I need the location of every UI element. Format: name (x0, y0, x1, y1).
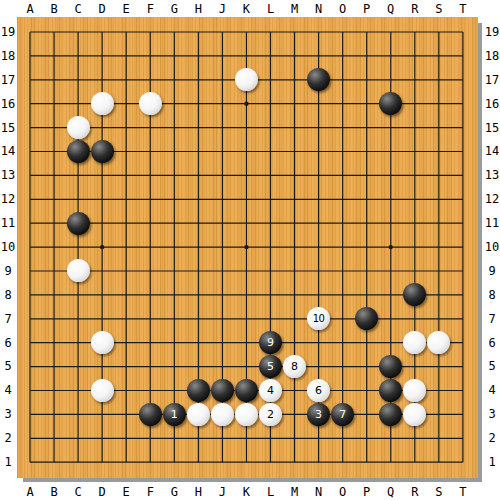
stone-white-K17 (235, 68, 258, 91)
stone-white-M5: 8 (283, 355, 306, 378)
stone-black-Q16 (379, 92, 402, 115)
stone-black-C14 (67, 140, 90, 163)
stone-white-D4 (91, 379, 114, 402)
row-label: 14 (0, 139, 16, 163)
column-label: M (283, 484, 307, 500)
row-label: 7 (484, 307, 500, 331)
row-label: 5 (0, 354, 16, 378)
column-label: A (18, 484, 42, 500)
move-number-label: 4 (267, 385, 274, 396)
column-labels-top: ABCDEFGHJKLMNOPQRST (18, 1, 475, 17)
row-label: 6 (484, 331, 500, 355)
column-label: H (186, 1, 210, 17)
move-number-label: 5 (267, 361, 274, 372)
column-label: E (114, 484, 138, 500)
move-number-label: 1 (171, 409, 178, 420)
column-label: N (307, 1, 331, 17)
stone-black-C11 (67, 212, 90, 235)
column-labels-bottom: ABCDEFGHJKLMNOPQRST (18, 484, 475, 500)
row-label: 19 (484, 20, 500, 44)
row-label: 12 (484, 187, 500, 211)
column-label: C (66, 1, 90, 17)
move-number-label: 10 (313, 314, 325, 324)
column-label: J (210, 1, 234, 17)
row-label: 8 (484, 283, 500, 307)
column-label: C (66, 484, 90, 500)
stone-black-N17 (307, 68, 330, 91)
column-label: R (403, 1, 427, 17)
row-label: 2 (484, 426, 500, 450)
stone-white-R3 (403, 403, 426, 426)
column-label: O (331, 484, 355, 500)
column-label: G (162, 1, 186, 17)
row-label: 1 (484, 450, 500, 474)
column-label: L (258, 1, 282, 17)
row-label: 16 (0, 92, 16, 116)
stone-white-S6 (427, 331, 450, 354)
stone-black-R8 (403, 283, 426, 306)
go-diagram: ABCDEFGHJKLMNOPQRST ABCDEFGHJKLMNOPQRST … (0, 0, 500, 500)
column-label: T (451, 1, 475, 17)
row-label: 3 (484, 402, 500, 426)
row-label: 5 (484, 354, 500, 378)
column-label: F (138, 484, 162, 500)
stone-black-F3 (139, 403, 162, 426)
column-label: D (90, 1, 114, 17)
row-label: 16 (484, 92, 500, 116)
row-label: 8 (0, 283, 16, 307)
stone-black-Q4 (379, 379, 402, 402)
stone-white-K3 (235, 403, 258, 426)
column-label: F (138, 1, 162, 17)
column-label: S (427, 1, 451, 17)
column-label: H (186, 484, 210, 500)
stone-white-L4: 4 (259, 379, 282, 402)
stone-black-Q5 (379, 355, 402, 378)
stone-white-H3 (187, 403, 210, 426)
row-label: 13 (484, 163, 500, 187)
column-label: M (283, 1, 307, 17)
column-label: G (162, 484, 186, 500)
column-label: Q (379, 1, 403, 17)
column-label: T (451, 484, 475, 500)
row-label: 12 (0, 187, 16, 211)
row-labels-right: 19181716151413121110987654321 (484, 20, 500, 475)
stone-black-P7 (355, 307, 378, 330)
move-number-label: 6 (315, 385, 322, 396)
row-label: 17 (484, 68, 500, 92)
stone-white-J3 (211, 403, 234, 426)
column-label: P (355, 1, 379, 17)
stone-black-L5: 5 (259, 355, 282, 378)
stone-white-D16 (91, 92, 114, 115)
column-label: Q (379, 484, 403, 500)
row-label: 1 (0, 450, 16, 474)
row-label: 10 (484, 235, 500, 259)
column-label: A (18, 1, 42, 17)
stone-white-C9 (67, 259, 90, 282)
row-label: 10 (0, 235, 16, 259)
row-label: 9 (0, 259, 16, 283)
row-label: 13 (0, 163, 16, 187)
row-label: 4 (484, 378, 500, 402)
stone-black-J4 (211, 379, 234, 402)
row-label: 17 (0, 68, 16, 92)
stone-black-N3: 3 (307, 403, 330, 426)
stone-black-O3: 7 (331, 403, 354, 426)
row-label: 19 (0, 20, 16, 44)
row-label: 4 (0, 378, 16, 402)
row-label: 18 (0, 44, 16, 68)
row-label: 11 (484, 211, 500, 235)
goban[interactable]: 10958461237 (17, 17, 478, 478)
stone-black-D14 (91, 140, 114, 163)
stones-grid: 10958461237 (18, 20, 475, 474)
stone-black-G3: 1 (163, 403, 186, 426)
column-label: K (234, 484, 258, 500)
row-label: 3 (0, 402, 16, 426)
column-label: J (210, 484, 234, 500)
row-label: 11 (0, 211, 16, 235)
stone-white-D6 (91, 331, 114, 354)
column-label: B (42, 484, 66, 500)
stone-white-N7: 10 (307, 307, 330, 330)
column-label: D (90, 484, 114, 500)
stone-white-C15 (67, 116, 90, 139)
column-label: O (331, 1, 355, 17)
stone-white-R4 (403, 379, 426, 402)
stone-white-F16 (139, 92, 162, 115)
row-label: 9 (484, 259, 500, 283)
stone-white-N4: 6 (307, 379, 330, 402)
stone-black-K4 (235, 379, 258, 402)
column-label: L (258, 484, 282, 500)
row-label: 14 (484, 139, 500, 163)
row-label: 15 (484, 116, 500, 140)
column-label: S (427, 484, 451, 500)
stone-black-H4 (187, 379, 210, 402)
stone-black-L6: 9 (259, 331, 282, 354)
column-label: E (114, 1, 138, 17)
column-label: R (403, 484, 427, 500)
row-label: 15 (0, 116, 16, 140)
row-labels-left: 19181716151413121110987654321 (0, 20, 16, 475)
stone-white-L3: 2 (259, 403, 282, 426)
column-label: K (234, 1, 258, 17)
stone-white-R6 (403, 331, 426, 354)
move-number-label: 3 (315, 409, 322, 420)
stone-black-Q3 (379, 403, 402, 426)
row-label: 18 (484, 44, 500, 68)
row-label: 6 (0, 331, 16, 355)
move-number-label: 9 (267, 337, 274, 348)
column-label: P (355, 484, 379, 500)
move-number-label: 2 (267, 409, 274, 420)
move-number-label: 7 (339, 409, 346, 420)
move-number-label: 8 (291, 361, 298, 372)
column-label: N (307, 484, 331, 500)
row-label: 2 (0, 426, 16, 450)
row-label: 7 (0, 307, 16, 331)
column-label: B (42, 1, 66, 17)
